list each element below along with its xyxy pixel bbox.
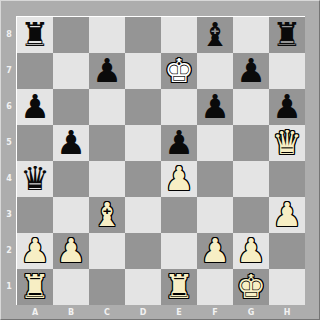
square-g8[interactable] [233,17,269,53]
square-f2[interactable]: ♟ [197,233,233,269]
black-rook: ♜ [20,17,50,53]
square-d4[interactable] [125,161,161,197]
black-queen: ♛ [20,161,50,197]
white-queen: ♛ [272,125,302,161]
file-label-f: F [197,305,233,320]
square-e4[interactable]: ♟ [161,161,197,197]
file-label-c: C [89,305,125,320]
square-h8[interactable]: ♜ [269,17,305,53]
rank-label-8: 8 [3,17,15,53]
square-h1[interactable] [269,269,305,305]
square-g4[interactable] [233,161,269,197]
white-pawn: ♟ [272,197,302,233]
square-a3[interactable] [17,197,53,233]
rank-label-6: 6 [3,89,15,125]
square-c6[interactable] [89,89,125,125]
file-label-e: E [161,305,197,320]
square-e7[interactable]: ♚ [161,53,197,89]
black-pawn: ♟ [164,125,194,161]
square-b8[interactable] [53,17,89,53]
square-e1[interactable]: ♜ [161,269,197,305]
white-pawn: ♟ [236,233,266,269]
white-pawn: ♟ [164,161,194,197]
square-c1[interactable] [89,269,125,305]
square-h4[interactable] [269,161,305,197]
square-a6[interactable]: ♟ [17,89,53,125]
square-h2[interactable] [269,233,305,269]
rank-label-1: 1 [3,269,15,305]
rank-label-4: 4 [3,161,15,197]
square-e3[interactable] [161,197,197,233]
square-f6[interactable]: ♟ [197,89,233,125]
rank-label-5: 5 [3,125,15,161]
square-b3[interactable] [53,197,89,233]
square-g3[interactable] [233,197,269,233]
black-pawn: ♟ [56,125,86,161]
black-pawn: ♟ [272,89,302,125]
white-king: ♚ [236,269,266,305]
black-pawn: ♟ [20,89,50,125]
rank-label-3: 3 [3,197,15,233]
square-f1[interactable] [197,269,233,305]
square-d1[interactable] [125,269,161,305]
square-c4[interactable] [89,161,125,197]
square-a7[interactable] [17,53,53,89]
square-g1[interactable]: ♚ [233,269,269,305]
black-pawn: ♟ [92,53,122,89]
white-rook: ♜ [164,269,194,305]
square-h6[interactable]: ♟ [269,89,305,125]
square-d5[interactable] [125,125,161,161]
square-f4[interactable] [197,161,233,197]
square-f3[interactable] [197,197,233,233]
square-b1[interactable] [53,269,89,305]
square-b2[interactable]: ♟ [53,233,89,269]
square-g5[interactable] [233,125,269,161]
square-g2[interactable]: ♟ [233,233,269,269]
file-label-b: B [53,305,89,320]
square-h3[interactable]: ♟ [269,197,305,233]
square-c2[interactable] [89,233,125,269]
square-a5[interactable] [17,125,53,161]
white-pawn: ♟ [200,233,230,269]
square-a4[interactable]: ♛ [17,161,53,197]
square-b4[interactable] [53,161,89,197]
square-c7[interactable]: ♟ [89,53,125,89]
white-bishop: ♝ [92,197,122,233]
white-rook: ♜ [20,269,50,305]
square-d8[interactable] [125,17,161,53]
square-a2[interactable]: ♟ [17,233,53,269]
square-f8[interactable]: ♝ [197,17,233,53]
square-d2[interactable] [125,233,161,269]
square-g6[interactable] [233,89,269,125]
square-b7[interactable] [53,53,89,89]
square-c3[interactable]: ♝ [89,197,125,233]
chess-diagram-frame: ♜♝♜♟♚♟♟♟♟♟♟♛♛♟♝♟♟♟♟♟♜♜♚ 87654321 ABCDEFG… [0,0,320,320]
file-label-a: A [17,305,53,320]
rank-label-2: 2 [3,233,15,269]
square-c5[interactable] [89,125,125,161]
square-h5[interactable]: ♛ [269,125,305,161]
square-e6[interactable] [161,89,197,125]
square-d3[interactable] [125,197,161,233]
square-g7[interactable]: ♟ [233,53,269,89]
file-label-d: D [125,305,161,320]
file-label-g: G [233,305,269,320]
square-d7[interactable] [125,53,161,89]
square-e8[interactable] [161,17,197,53]
square-b5[interactable]: ♟ [53,125,89,161]
black-pawn: ♟ [200,89,230,125]
square-c8[interactable] [89,17,125,53]
square-a8[interactable]: ♜ [17,17,53,53]
square-e5[interactable]: ♟ [161,125,197,161]
square-b6[interactable] [53,89,89,125]
square-e2[interactable] [161,233,197,269]
rank-label-7: 7 [3,53,15,89]
square-f5[interactable] [197,125,233,161]
square-h7[interactable] [269,53,305,89]
white-pawn: ♟ [56,233,86,269]
chess-board: ♜♝♜♟♚♟♟♟♟♟♟♛♛♟♝♟♟♟♟♟♜♜♚ [16,16,305,305]
black-king: ♚ [164,53,194,89]
square-a1[interactable]: ♜ [17,269,53,305]
black-bishop: ♝ [200,17,230,53]
square-f7[interactable] [197,53,233,89]
black-pawn: ♟ [236,53,266,89]
square-d6[interactable] [125,89,161,125]
black-rook: ♜ [272,17,302,53]
file-label-h: H [269,305,305,320]
white-pawn: ♟ [20,233,50,269]
